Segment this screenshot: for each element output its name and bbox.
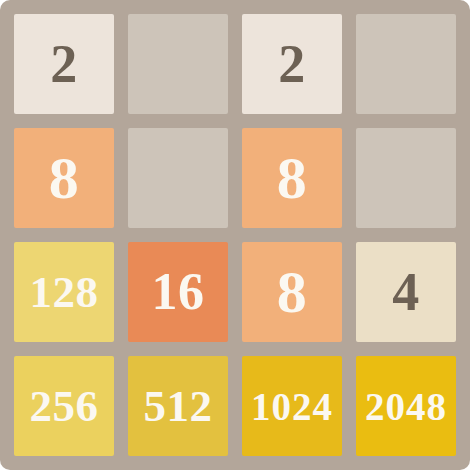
tile-1024: 1024	[242, 356, 342, 456]
tile-256: 256	[14, 356, 114, 456]
tile-128: 128	[14, 242, 114, 342]
empty-cell	[356, 14, 456, 114]
2048-board[interactable]: 2288128168425651210242048	[0, 0, 470, 470]
empty-cell	[356, 128, 456, 228]
empty-cell	[128, 128, 228, 228]
tile-8: 8	[14, 128, 114, 228]
tile-8: 8	[242, 242, 342, 342]
tile-2: 2	[14, 14, 114, 114]
tile-8: 8	[242, 128, 342, 228]
tile-2: 2	[242, 14, 342, 114]
tile-16: 16	[128, 242, 228, 342]
empty-cell	[128, 14, 228, 114]
tile-4: 4	[356, 242, 456, 342]
tile-512: 512	[128, 356, 228, 456]
tile-2048: 2048	[356, 356, 456, 456]
